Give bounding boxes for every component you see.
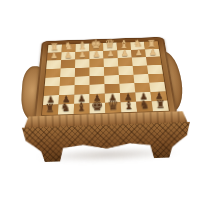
black-pawn: ♟ <box>46 94 55 103</box>
white-bishop: ♝ <box>77 40 87 51</box>
board-frame: ♜♞♝♚♛♝♞♜♟♟♟♟♟♟♟♟♟♟♟♟♟♟♟♟♜♞♝♚♛♝♞♜ <box>34 37 178 120</box>
square-g8: ♞ <box>58 104 74 114</box>
square-f8: ♝ <box>74 104 90 114</box>
square-a8: ♜ <box>152 101 169 111</box>
square-c8: ♝ <box>121 102 137 112</box>
white-bishop: ♝ <box>119 39 129 50</box>
black-pawn: ♟ <box>93 93 102 102</box>
square-h6 <box>44 86 60 96</box>
white-knight: ♞ <box>133 38 142 48</box>
square-a4 <box>147 65 163 74</box>
square-e8: ♚ <box>90 103 106 113</box>
black-rook: ♜ <box>155 99 165 110</box>
square-g7: ♟ <box>59 95 75 105</box>
black-pawn: ♟ <box>124 92 133 101</box>
square-h8: ♜ <box>42 105 58 116</box>
chess-board: ♜♞♝♚♛♝♞♜♟♟♟♟♟♟♟♟♟♟♟♟♟♟♟♟♜♞♝♚♛♝♞♜ <box>34 37 178 120</box>
black-pawn: ♟ <box>62 94 71 103</box>
square-c4 <box>118 66 133 75</box>
white-knight: ♞ <box>64 41 73 51</box>
square-c7: ♟ <box>120 92 136 102</box>
white-rook: ♜ <box>50 42 59 52</box>
square-b7: ♟ <box>135 92 151 102</box>
square-f7: ♟ <box>74 94 90 104</box>
product-photo: ♜♞♝♚♛♝♞♜♟♟♟♟♟♟♟♟♟♟♟♟♟♟♟♟♜♞♝♚♛♝♞♜ <box>0 0 200 200</box>
black-pawn: ♟ <box>77 93 86 102</box>
white-pawn: ♟ <box>78 50 86 59</box>
white-pawn: ♟ <box>121 48 129 57</box>
white-pawn: ♟ <box>107 49 115 58</box>
white-king: ♚ <box>90 38 101 51</box>
square-h7: ♟ <box>43 95 59 105</box>
chess-set: ♜♞♝♚♛♝♞♜♟♟♟♟♟♟♟♟♟♟♟♟♟♟♟♟♜♞♝♚♛♝♞♜ <box>0 0 200 200</box>
square-e7: ♟ <box>90 93 106 103</box>
square-a2: ♟ <box>145 49 160 57</box>
board-scene: ♜♞♝♚♛♝♞♜♟♟♟♟♟♟♟♟♟♟♟♟♟♟♟♟♜♞♝♚♛♝♞♜ <box>28 0 177 120</box>
white-pawn: ♟ <box>92 49 100 58</box>
board-grid: ♜♞♝♚♛♝♞♜♟♟♟♟♟♟♟♟♟♟♟♟♟♟♟♟♜♞♝♚♛♝♞♜ <box>42 41 169 115</box>
white-rook: ♜ <box>147 38 156 48</box>
square-g6 <box>59 85 74 95</box>
square-d8: ♛ <box>105 102 121 112</box>
square-b8: ♞ <box>136 101 153 111</box>
white-pawn: ♟ <box>135 48 143 57</box>
square-d4 <box>104 66 119 75</box>
square-d7: ♟ <box>105 93 121 103</box>
white-queen: ♛ <box>105 38 115 50</box>
square-g4 <box>60 68 75 77</box>
white-pawn: ♟ <box>64 50 72 59</box>
carved-apron-with-feet <box>22 122 191 163</box>
black-pawn: ♟ <box>155 91 164 100</box>
black-pawn: ♟ <box>139 91 148 100</box>
white-pawn: ♟ <box>149 47 157 56</box>
carved-box-base <box>22 111 192 163</box>
white-pawn: ♟ <box>50 51 58 60</box>
black-rook: ♜ <box>45 103 55 114</box>
black-pawn: ♟ <box>108 92 117 101</box>
square-a7: ♟ <box>150 91 167 101</box>
